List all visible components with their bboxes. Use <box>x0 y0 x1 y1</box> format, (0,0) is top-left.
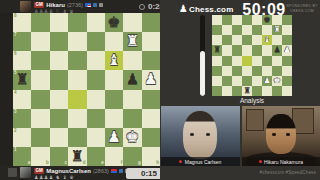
square-c7 <box>50 32 68 51</box>
square-f7 <box>105 32 123 51</box>
white-pawn-h5: ♟ <box>283 46 290 54</box>
square-h1 <box>282 86 292 96</box>
square-h5: ♟ <box>142 70 160 89</box>
square-f6: ♝ <box>262 35 272 45</box>
square-h1: h <box>142 147 160 166</box>
square-h3 <box>142 109 160 128</box>
square-f7 <box>262 25 272 35</box>
square-b6 <box>222 35 232 45</box>
hashtags-text: #chesscom #SpeedChess <box>260 170 316 175</box>
coord-rank-4: 4 <box>14 91 17 96</box>
coord-file-e: e <box>101 161 104 166</box>
coord-file-f: f <box>121 161 123 166</box>
eval-bar <box>200 15 205 96</box>
square-c4 <box>50 90 68 109</box>
analysis-label: Analysis <box>212 97 292 104</box>
player-rating-white: (2863) <box>93 168 109 174</box>
square-e6 <box>252 35 262 45</box>
square-a4: 4 <box>13 90 31 109</box>
square-b3 <box>31 109 49 128</box>
square-c2 <box>232 76 242 86</box>
square-a3 <box>212 66 222 76</box>
square-a7 <box>212 25 222 35</box>
square-e1 <box>252 86 262 96</box>
webcam-name-strip: Hikaru Nakamura <box>242 157 320 166</box>
square-c6 <box>232 35 242 45</box>
square-c8 <box>232 15 242 25</box>
square-f4 <box>262 56 272 66</box>
coord-rank-7: 7 <box>14 33 17 38</box>
coord-file-c: c <box>65 161 68 166</box>
square-c7 <box>232 25 242 35</box>
square-d6 <box>242 35 252 45</box>
square-e3 <box>252 66 262 76</box>
white-king-g2: ♚ <box>273 77 280 85</box>
square-g6 <box>123 51 141 70</box>
square-f2: ♟ <box>262 76 272 86</box>
usa-flag-icon <box>85 3 91 7</box>
square-g1 <box>272 86 282 96</box>
analysis-mini-board: ♚♜♝♜♟♟♟♚♜ <box>212 15 292 96</box>
coord-rank-1: 1 <box>14 148 17 153</box>
square-g8 <box>272 15 282 25</box>
magnus-face <box>183 111 217 159</box>
square-d3 <box>68 109 86 128</box>
square-h4 <box>282 56 292 66</box>
clock-black: 0:28 <box>139 2 160 11</box>
square-d5 <box>242 45 252 55</box>
square-h6 <box>142 51 160 70</box>
square-c1 <box>232 86 242 96</box>
square-e2 <box>87 128 105 147</box>
square-b8 <box>31 13 49 32</box>
square-a6: 6 <box>13 51 31 70</box>
norway-flag-icon <box>111 169 117 173</box>
hikaru-face <box>266 114 296 154</box>
square-g2: ♚ <box>123 128 141 147</box>
square-e2 <box>252 76 262 86</box>
square-b5 <box>31 70 49 89</box>
square-g7: ♜ <box>123 32 141 51</box>
square-h3 <box>282 66 292 76</box>
white-king-g2: ♚ <box>126 130 139 145</box>
square-a8 <box>212 15 222 25</box>
square-f6: ♝ <box>105 51 123 70</box>
board-tool-icon <box>8 168 17 177</box>
square-e5 <box>252 45 262 55</box>
white-bishop-f6: ♝ <box>263 36 270 44</box>
white-pawn-f2: ♟ <box>263 77 270 85</box>
webcam-magnus: Magnus Carlsen <box>161 106 240 166</box>
square-d2 <box>242 76 252 86</box>
clock-icon <box>139 4 145 10</box>
square-a3: 3 <box>13 109 31 128</box>
square-d4 <box>242 56 252 66</box>
square-e8 <box>87 13 105 32</box>
square-b8 <box>222 15 232 25</box>
square-d4 <box>68 90 86 109</box>
square-f2: ♟ <box>105 128 123 147</box>
square-e3 <box>87 109 105 128</box>
square-e4 <box>252 56 262 66</box>
stream-icon <box>119 169 123 173</box>
square-b2 <box>222 76 232 86</box>
square-c5 <box>232 45 242 55</box>
webcam-right-name: Hikaru Nakamura <box>264 159 303 165</box>
square-d1: d♜ <box>68 147 86 166</box>
white-bishop-f6: ♝ <box>107 53 120 68</box>
coord-file-b: b <box>46 161 49 166</box>
square-a4 <box>212 56 222 66</box>
sponsor-line2: CHESS.COM <box>285 9 319 14</box>
coord-file-d: d <box>83 161 86 166</box>
square-f8: ♚ <box>105 13 123 32</box>
square-a1 <box>212 86 222 96</box>
square-h2 <box>142 128 160 147</box>
white-pawn-f2: ♟ <box>107 130 120 145</box>
square-h8 <box>142 13 160 32</box>
square-b4 <box>222 56 232 66</box>
white-pawn-h5: ♟ <box>144 72 157 87</box>
record-dot-icon <box>179 160 182 163</box>
webcam-row: Magnus Carlsen Hikaru Nakamura <box>161 106 320 166</box>
square-b6 <box>31 51 49 70</box>
square-b5 <box>222 45 232 55</box>
square-b4 <box>31 90 49 109</box>
square-b7 <box>222 25 232 35</box>
webcam-left-name: Magnus Carlsen <box>185 159 221 165</box>
square-h7 <box>282 25 292 35</box>
square-f8: ♚ <box>262 15 272 25</box>
square-d1: ♜ <box>242 86 252 96</box>
square-g8 <box>123 13 141 32</box>
coord-file-g: g <box>138 161 141 166</box>
square-f1 <box>262 86 272 96</box>
square-h8 <box>282 15 292 25</box>
square-a1: 1a <box>13 147 31 166</box>
square-b1: b <box>31 147 49 166</box>
square-g3 <box>272 66 282 76</box>
square-b1 <box>222 86 232 96</box>
captured-pieces-white: ♟♟♟♟ ♞ ♝ ♛ <box>34 174 74 180</box>
square-c3 <box>50 109 68 128</box>
square-e4 <box>87 90 105 109</box>
square-h4 <box>142 90 160 109</box>
square-d8 <box>242 15 252 25</box>
coord-rank-3: 3 <box>14 110 17 115</box>
square-g7: ♜ <box>272 25 282 35</box>
black-pawn-g5: ♟ <box>126 72 139 87</box>
square-e6 <box>87 51 105 70</box>
square-c6 <box>50 51 68 70</box>
square-f3 <box>105 109 123 128</box>
square-d3 <box>242 66 252 76</box>
square-d5 <box>68 70 86 89</box>
square-h5: ♟ <box>282 45 292 55</box>
square-c4 <box>232 56 242 66</box>
square-c3 <box>232 66 242 76</box>
square-e7 <box>87 32 105 51</box>
square-a5: 5♜ <box>13 70 31 89</box>
wall-frame <box>246 109 264 131</box>
square-d7 <box>242 25 252 35</box>
clock-white: 0:15 <box>126 168 160 179</box>
square-b3 <box>222 66 232 76</box>
square-c2 <box>50 128 68 147</box>
square-d7 <box>68 32 86 51</box>
square-h7 <box>142 32 160 51</box>
coord-rank-6: 6 <box>14 52 17 57</box>
coord-file-a: a <box>28 161 31 166</box>
square-g3 <box>123 109 141 128</box>
record-dot-icon <box>259 160 262 163</box>
broadcast-frame: GM Hikaru (2736) ♙♙♙♙ ♘ ♗ ♕ 0:28 8♚7♜6♝5… <box>0 0 320 180</box>
black-rook-d1: ♜ <box>243 87 250 95</box>
square-g2: ♚ <box>272 76 282 86</box>
square-a5: ♜ <box>212 45 222 55</box>
square-c5 <box>50 70 68 89</box>
square-f5 <box>105 70 123 89</box>
black-king-f8: ♚ <box>263 16 270 24</box>
player-bar-white: GM MagnusCarlsen (2863) ♟♟♟♟ ♞ ♝ ♛ 0:15 <box>0 166 160 180</box>
black-king-f8: ♚ <box>107 15 120 30</box>
webcam-hikaru: Hikaru Nakamura <box>242 106 320 166</box>
square-d2 <box>68 128 86 147</box>
square-g1: g <box>123 147 141 166</box>
square-d8 <box>68 13 86 32</box>
square-e5 <box>87 70 105 89</box>
pawn-logo-icon: ♟ <box>179 4 188 14</box>
square-g6 <box>272 35 282 45</box>
stream-icon <box>93 3 97 7</box>
square-e1: e <box>87 147 105 166</box>
game-stream-panel: GM Hikaru (2736) ♙♙♙♙ ♘ ♗ ♕ 0:28 8♚7♜6♝5… <box>0 0 160 180</box>
avatar-magnus <box>20 167 31 178</box>
square-e7 <box>252 25 262 35</box>
webcam-name-strip: Magnus Carlsen <box>161 157 240 166</box>
square-a7: 7 <box>13 32 31 51</box>
eval-bar-white <box>200 51 205 96</box>
square-h6 <box>282 35 292 45</box>
square-h2 <box>282 76 292 86</box>
square-a6 <box>212 35 222 45</box>
square-d6 <box>68 51 86 70</box>
square-g4 <box>123 90 141 109</box>
square-g5: ♟ <box>272 45 282 55</box>
square-a8: 8 <box>13 13 31 32</box>
avatar-hikaru <box>20 1 31 12</box>
square-a2 <box>212 76 222 86</box>
square-e8 <box>252 15 262 25</box>
square-b7 <box>31 32 49 51</box>
square-c1: c <box>50 147 68 166</box>
sponsor-text: SPONSORED BY CHESS.COM <box>285 4 319 15</box>
square-f4 <box>105 90 123 109</box>
chess-board: 8♚7♜6♝5♜♟♟432♟♚1abcd♜efgh <box>13 13 160 166</box>
coord-rank-8: 8 <box>14 14 17 19</box>
black-rook-a5: ♜ <box>15 72 28 87</box>
square-g5: ♟ <box>123 70 141 89</box>
coord-rank-5: 5 <box>14 71 17 76</box>
status-icon <box>99 3 103 7</box>
black-pawn-g5: ♟ <box>273 46 280 54</box>
square-g4 <box>272 56 282 66</box>
coord-rank-2: 2 <box>14 129 17 134</box>
player-bar-black: GM Hikaru (2736) ♙♙♙♙ ♘ ♗ ♕ 0:28 <box>0 0 160 13</box>
square-f5 <box>262 45 272 55</box>
square-f3 <box>262 66 272 76</box>
white-rook-g7: ♜ <box>126 34 139 49</box>
square-c8 <box>50 13 68 32</box>
white-rook-g7: ♜ <box>273 26 280 34</box>
square-a2: 2 <box>13 128 31 147</box>
black-rook-a5: ♜ <box>213 46 220 54</box>
square-f1: f <box>105 147 123 166</box>
square-b2 <box>31 128 49 147</box>
coord-file-h: h <box>156 161 159 166</box>
